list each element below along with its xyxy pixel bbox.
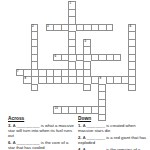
across-clue-6: 6. A __________ is the core of a star th… [8,140,74,150]
grid-cell[interactable] [68,54,76,62]
grid-cell[interactable] [128,54,136,62]
grid-cell[interactable] [68,16,76,24]
grid-cell[interactable] [98,106,106,114]
grid-cell[interactable] [128,39,136,47]
grid-cell[interactable] [83,54,91,62]
grid-cell[interactable] [68,106,76,114]
grid-cell[interactable] [38,76,46,84]
grid-cell[interactable] [91,54,99,62]
grid-cell[interactable] [106,24,114,32]
cell-number: 6 [55,55,57,58]
grid-cell[interactable] [61,76,69,84]
across-clues-section: Across 3. A __________ is what a massive… [8,116,74,150]
grid-cell[interactable] [106,76,114,84]
grid-cell[interactable] [31,61,39,69]
grid-cell[interactable] [53,24,61,32]
grid-cell[interactable] [76,106,84,114]
grid-cell[interactable] [128,84,136,92]
down-clues-section: Down 1. A ________ is created when massi… [78,116,148,150]
grid-cell[interactable] [31,76,39,84]
cell-number: 7 [17,70,19,73]
grid-cell[interactable] [31,54,39,62]
grid-cell[interactable] [98,84,106,92]
grid-cell[interactable] [83,24,91,32]
grid-cell[interactable] [106,54,114,62]
clue-text: A ________ is a red giant that has explo… [78,135,146,145]
grid-cell[interactable]: 5 [83,39,91,47]
grid-cell[interactable] [61,54,69,62]
grid-cell[interactable] [68,24,76,32]
grid-cell[interactable] [23,69,31,77]
cell-number: 9 [100,77,102,80]
clue-text: A ________ is the remains of a white dwa… [78,147,140,150]
cell-number: 3 [47,25,49,28]
across-clue-3: 3. A __________ is what a massive star w… [8,123,74,138]
grid-cell[interactable]: 8 [23,76,31,84]
grid-cell[interactable] [128,61,136,69]
grid-cell[interactable] [61,24,69,32]
grid-cell[interactable] [91,24,99,32]
grid-cell[interactable]: 3 [46,24,54,32]
grid-cell[interactable] [91,106,99,114]
grid-cell[interactable] [68,69,76,77]
down-header: Down [78,116,148,122]
grid-cell[interactable] [83,106,91,114]
grid-cell[interactable] [113,76,121,84]
grid-cell[interactable]: 4 [128,24,136,32]
down-clue-2: 2. A ________ is a red giant that has ex… [78,135,148,145]
grid-cell[interactable]: 9 [98,76,106,84]
grid-cell[interactable] [46,76,54,84]
down-clue-4: 4. A ________ is the remains of a white … [78,147,148,150]
grid-cell[interactable]: 6 [53,54,61,62]
grid-cell[interactable] [31,46,39,54]
cell-number: 2 [32,25,34,28]
grid-cell[interactable] [31,31,39,39]
grid-cell[interactable] [128,31,136,39]
grid-cell[interactable] [68,76,76,84]
grid-cell[interactable] [128,46,136,54]
clue-text: A __________ is what a massive star will… [8,123,74,138]
grid-cell[interactable] [98,54,106,62]
cell-number: 4 [130,25,132,28]
grid-cell[interactable] [83,46,91,54]
cell-number: 1 [70,2,72,5]
grid-cell[interactable] [98,99,106,107]
grid-cell[interactable] [113,54,121,62]
grid-cell[interactable] [31,39,39,47]
grid-cell[interactable] [83,69,91,77]
grid-cell[interactable] [38,69,46,77]
grid-cell[interactable] [68,31,76,39]
cell-number: 5 [85,40,87,43]
grid-cell[interactable] [68,9,76,17]
grid-cell[interactable] [68,39,76,47]
grid-cell[interactable] [68,46,76,54]
grid-cell[interactable]: 10 [53,106,61,114]
clue-text: A __________ is the core of a star that … [8,140,68,150]
grid-cell[interactable] [68,61,76,69]
grid-cell[interactable] [61,69,69,77]
grid-cell[interactable] [46,69,54,77]
clue-text: A ________ is created when massive stars… [78,123,136,133]
grid-cell[interactable] [83,76,91,84]
grid-cell[interactable] [76,69,84,77]
cell-number: 10 [55,107,58,110]
grid-cell[interactable]: 2 [31,24,39,32]
grid-cell[interactable] [98,91,106,99]
down-clue-1: 1. A ________ is created when massive st… [78,123,148,133]
grid-cell[interactable] [53,76,61,84]
grid-cell[interactable] [128,69,136,77]
grid-cell[interactable] [76,54,84,62]
grid-cell[interactable] [31,84,39,92]
grid-cell[interactable] [91,76,99,84]
grid-cell[interactable] [121,76,129,84]
grid-cell[interactable]: 1 [68,1,76,9]
grid-cell[interactable] [83,84,91,92]
crossword-board: 12345678910 [8,1,143,121]
grid-cell[interactable] [76,76,84,84]
cell-number: 8 [25,77,27,80]
grid-cell[interactable]: 7 [16,69,24,77]
grid-cell[interactable] [76,24,84,32]
grid-cell[interactable] [53,69,61,77]
grid-cell[interactable] [128,76,136,84]
grid-cell[interactable] [61,106,69,114]
grid-cell[interactable] [83,61,91,69]
grid-cell[interactable] [98,24,106,32]
grid-cell[interactable] [31,69,39,77]
across-header: Across [8,116,74,122]
